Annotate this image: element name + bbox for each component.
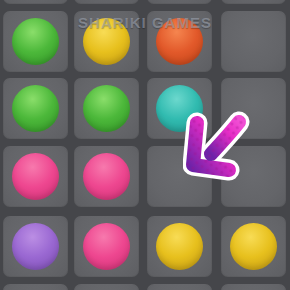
cell-r0c2[interactable] <box>147 0 212 4</box>
cell-r3c0[interactable] <box>3 146 68 207</box>
ball-pink[interactable] <box>83 223 130 270</box>
ball-green[interactable] <box>83 85 130 132</box>
cell-r1c0[interactable] <box>3 11 68 72</box>
cell-r4c2[interactable] <box>147 216 212 277</box>
cell-r4c0[interactable] <box>3 216 68 277</box>
cell-r1c3[interactable] <box>221 11 286 72</box>
cell-r0c3[interactable] <box>221 0 286 4</box>
ball-yellow[interactable] <box>230 223 277 270</box>
cell-r5c0[interactable] <box>3 284 68 290</box>
cell-r3c1[interactable] <box>74 146 139 207</box>
ball-purple[interactable] <box>12 223 59 270</box>
ball-green[interactable] <box>12 85 59 132</box>
cell-r5c1[interactable] <box>74 284 139 290</box>
cell-r5c2[interactable] <box>147 284 212 290</box>
ball-pink[interactable] <box>83 153 130 200</box>
cell-r0c1[interactable] <box>74 0 139 4</box>
game-screen: SHARIKI GAMES <box>0 0 290 290</box>
cursor-arrow-icon <box>183 111 256 184</box>
ball-yellow[interactable] <box>156 223 203 270</box>
cell-r2c0[interactable] <box>3 78 68 139</box>
cell-r2c1[interactable] <box>74 78 139 139</box>
ball-orange[interactable] <box>156 18 203 65</box>
cell-r1c1[interactable] <box>74 11 139 72</box>
cell-r4c1[interactable] <box>74 216 139 277</box>
cell-r1c2[interactable] <box>147 11 212 72</box>
cell-r5c3[interactable] <box>221 284 286 290</box>
ball-pink[interactable] <box>12 153 59 200</box>
ball-yellow[interactable] <box>83 18 130 65</box>
cell-r4c3[interactable] <box>221 216 286 277</box>
ball-green[interactable] <box>12 18 59 65</box>
cell-r0c0[interactable] <box>3 0 68 4</box>
